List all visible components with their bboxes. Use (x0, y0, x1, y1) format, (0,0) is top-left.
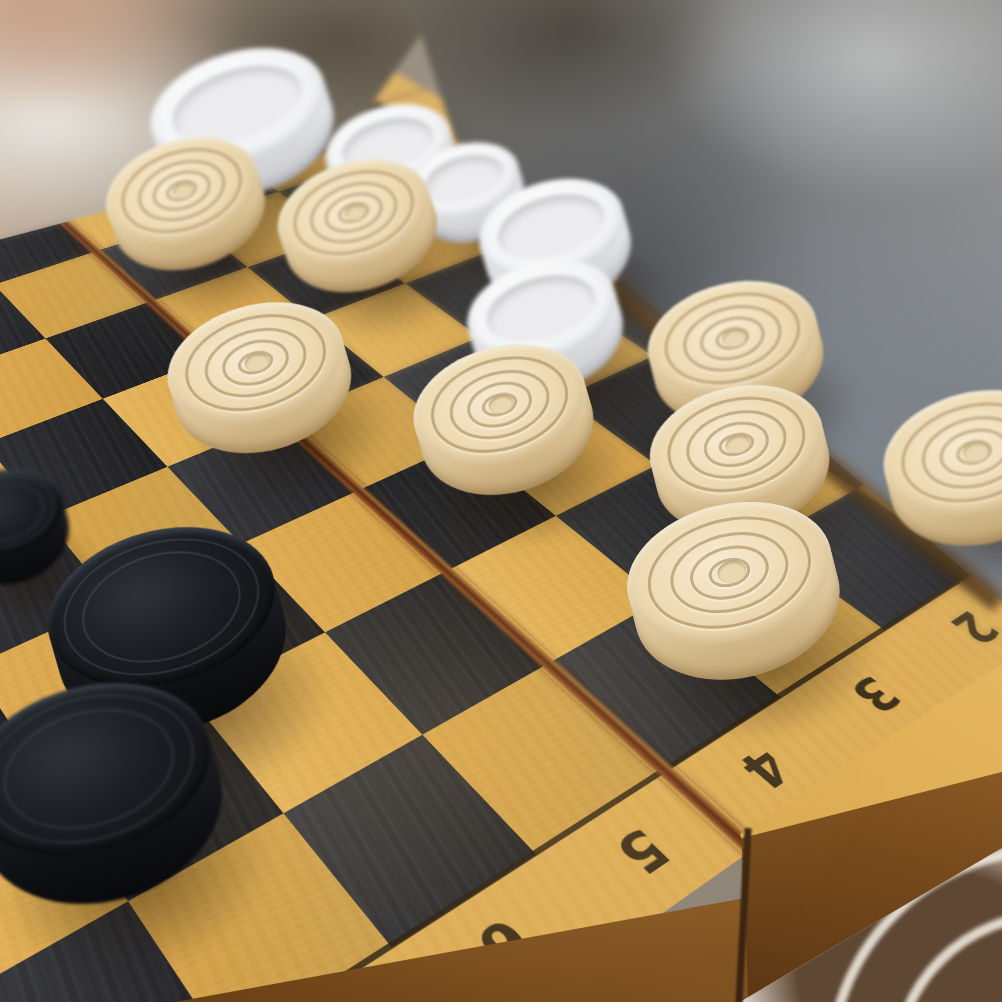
photo-canvas: 87654321 87654321 вб (0, 0, 1002, 1002)
